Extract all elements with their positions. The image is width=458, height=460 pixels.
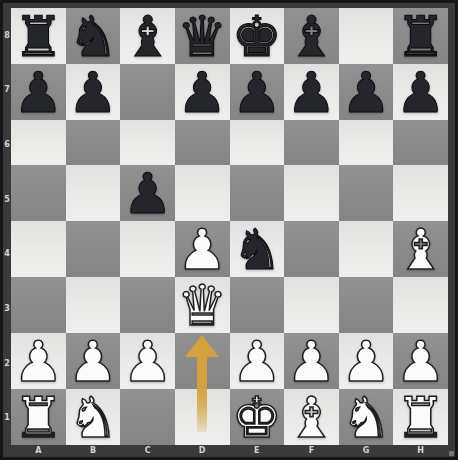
square-g2[interactable]: ♟	[339, 333, 394, 389]
file-label-c: C	[120, 445, 175, 457]
square-f3[interactable]	[284, 277, 339, 333]
square-f8[interactable]: ♝	[284, 8, 339, 64]
square-c7[interactable]	[120, 64, 175, 120]
square-e5[interactable]	[230, 165, 285, 221]
white-pawn: ♟	[177, 222, 227, 278]
square-d3[interactable]: ♛	[175, 277, 230, 333]
rank-label-2: 2	[3, 336, 11, 391]
black-bishop: ♝	[286, 9, 336, 65]
square-c8[interactable]: ♝	[120, 8, 175, 64]
square-g1[interactable]: ♞	[339, 389, 394, 445]
square-h5[interactable]	[393, 165, 448, 221]
square-h8[interactable]: ♜	[393, 8, 448, 64]
square-d2[interactable]	[175, 333, 230, 389]
black-queen: ♛	[177, 9, 227, 65]
rank-label-8: 8	[3, 8, 11, 63]
square-d6[interactable]	[175, 120, 230, 165]
square-a4[interactable]	[11, 221, 66, 277]
square-e8[interactable]: ♚	[230, 8, 285, 64]
square-a8[interactable]: ♜	[11, 8, 66, 64]
black-bishop: ♝	[122, 9, 172, 65]
white-pawn: ♟	[396, 334, 446, 390]
rank-label-3: 3	[3, 281, 11, 336]
black-pawn: ♟	[396, 65, 446, 121]
square-f2[interactable]: ♟	[284, 333, 339, 389]
square-f6[interactable]	[284, 120, 339, 165]
square-b7[interactable]: ♟	[66, 64, 121, 120]
square-g4[interactable]	[339, 221, 394, 277]
file-label-f: F	[284, 445, 339, 457]
square-e1[interactable]: ♚	[230, 389, 285, 445]
rank-label-6: 6	[3, 117, 11, 172]
square-f7[interactable]: ♟	[284, 64, 339, 120]
square-c1[interactable]	[120, 389, 175, 445]
white-pawn: ♟	[122, 334, 172, 390]
white-pawn: ♟	[232, 334, 282, 390]
square-a7[interactable]: ♟	[11, 64, 66, 120]
square-b5[interactable]	[66, 165, 121, 221]
white-knight: ♞	[341, 390, 391, 446]
square-a3[interactable]	[11, 277, 66, 333]
square-h4[interactable]: ♝	[393, 221, 448, 277]
black-pawn: ♟	[341, 65, 391, 121]
square-h2[interactable]: ♟	[393, 333, 448, 389]
chess-board-widget: 87654321 ♜♞♝♛♚♝♜♟♟♟♟♟♟♟♟♟♞♝♛♟♟♟♟♟♟♟♜♞♚♝♞…	[0, 0, 458, 460]
square-g8[interactable]	[339, 8, 394, 64]
black-rook: ♜	[13, 9, 63, 65]
rank-label-5: 5	[3, 172, 11, 227]
white-pawn: ♟	[286, 334, 336, 390]
file-labels: ABCDEFGH	[11, 445, 448, 457]
watermark-icon	[449, 451, 454, 456]
square-d5[interactable]	[175, 165, 230, 221]
square-b1[interactable]: ♞	[66, 389, 121, 445]
file-label-e: E	[230, 445, 285, 457]
black-king: ♚	[232, 9, 282, 65]
black-pawn: ♟	[68, 65, 118, 121]
square-d4[interactable]: ♟	[175, 221, 230, 277]
file-label-h: H	[393, 445, 448, 457]
file-label-g: G	[339, 445, 394, 457]
black-pawn: ♟	[177, 65, 227, 121]
square-b4[interactable]	[66, 221, 121, 277]
white-bishop: ♝	[286, 390, 336, 446]
square-c3[interactable]	[120, 277, 175, 333]
rank-labels: 87654321	[3, 8, 11, 445]
black-pawn: ♟	[122, 166, 172, 222]
square-e2[interactable]: ♟	[230, 333, 285, 389]
square-h6[interactable]	[393, 120, 448, 165]
square-f1[interactable]: ♝	[284, 389, 339, 445]
square-b6[interactable]	[66, 120, 121, 165]
board: ♜♞♝♛♚♝♜♟♟♟♟♟♟♟♟♟♞♝♛♟♟♟♟♟♟♟♜♞♚♝♞♜	[11, 8, 448, 445]
square-d8[interactable]: ♛	[175, 8, 230, 64]
black-knight: ♞	[68, 9, 118, 65]
square-a6[interactable]	[11, 120, 66, 165]
white-pawn: ♟	[13, 334, 63, 390]
square-a2[interactable]: ♟	[11, 333, 66, 389]
black-rook: ♜	[396, 9, 446, 65]
square-d7[interactable]: ♟	[175, 64, 230, 120]
square-e7[interactable]: ♟	[230, 64, 285, 120]
square-b8[interactable]: ♞	[66, 8, 121, 64]
rank-label-1: 1	[3, 390, 11, 445]
square-e4[interactable]: ♞	[230, 221, 285, 277]
square-h7[interactable]: ♟	[393, 64, 448, 120]
square-b2[interactable]: ♟	[66, 333, 121, 389]
white-queen: ♛	[177, 278, 227, 334]
white-rook: ♜	[13, 390, 63, 446]
square-f4[interactable]	[284, 221, 339, 277]
square-g3[interactable]	[339, 277, 394, 333]
black-pawn: ♟	[232, 65, 282, 121]
file-label-d: D	[175, 445, 230, 457]
black-pawn: ♟	[286, 65, 336, 121]
rank-label-7: 7	[3, 63, 11, 118]
square-h3[interactable]	[393, 277, 448, 333]
square-a1[interactable]: ♜	[11, 389, 66, 445]
white-king: ♚	[232, 390, 282, 446]
square-a5[interactable]	[11, 165, 66, 221]
square-e6[interactable]	[230, 120, 285, 165]
square-b3[interactable]	[66, 277, 121, 333]
square-d1[interactable]	[175, 389, 230, 445]
square-c4[interactable]	[120, 221, 175, 277]
white-pawn: ♟	[341, 334, 391, 390]
square-g6[interactable]	[339, 120, 394, 165]
square-c2[interactable]: ♟	[120, 333, 175, 389]
square-g7[interactable]: ♟	[339, 64, 394, 120]
white-pawn: ♟	[68, 334, 118, 390]
square-f5[interactable]	[284, 165, 339, 221]
file-label-a: A	[11, 445, 66, 457]
square-e3[interactable]	[230, 277, 285, 333]
white-rook: ♜	[396, 390, 446, 446]
rank-label-4: 4	[3, 227, 11, 282]
square-g5[interactable]	[339, 165, 394, 221]
white-knight: ♞	[68, 390, 118, 446]
file-label-b: B	[66, 445, 121, 457]
square-h1[interactable]: ♜	[393, 389, 448, 445]
black-pawn: ♟	[13, 65, 63, 121]
white-bishop: ♝	[396, 222, 446, 278]
black-knight: ♞	[232, 222, 282, 278]
square-c5[interactable]: ♟	[120, 165, 175, 221]
square-c6[interactable]	[120, 120, 175, 165]
